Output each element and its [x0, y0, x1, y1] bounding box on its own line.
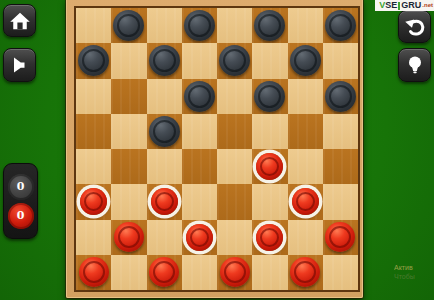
black-piece[interactable] — [290, 45, 321, 76]
square-c1[interactable] — [147, 255, 182, 290]
red-piece[interactable] — [220, 257, 250, 287]
square-f5 — [252, 114, 287, 149]
square-e1[interactable] — [217, 255, 252, 290]
square-b5 — [111, 114, 146, 149]
square-f8[interactable] — [252, 8, 287, 43]
square-f7 — [252, 43, 287, 78]
square-b7 — [111, 43, 146, 78]
square-g2 — [288, 220, 323, 255]
square-d2[interactable] — [182, 220, 217, 255]
red-piece[interactable] — [292, 188, 319, 215]
black-piece[interactable] — [149, 116, 180, 147]
undo-arrow-icon — [403, 15, 427, 39]
square-b2[interactable] — [111, 220, 146, 255]
square-e7[interactable] — [217, 43, 252, 78]
red-piece[interactable] — [256, 153, 283, 180]
square-h8[interactable] — [323, 8, 358, 43]
square-c2 — [147, 220, 182, 255]
square-g1[interactable] — [288, 255, 323, 290]
square-e2 — [217, 220, 252, 255]
square-b3 — [111, 184, 146, 219]
square-h6[interactable] — [323, 79, 358, 114]
home-icon — [8, 9, 32, 33]
square-a4 — [76, 149, 111, 184]
red-score-value: 0 — [17, 209, 25, 222]
square-b1 — [111, 255, 146, 290]
square-d1 — [182, 255, 217, 290]
square-g6 — [288, 79, 323, 114]
red-piece[interactable] — [79, 257, 109, 287]
square-f2[interactable] — [252, 220, 287, 255]
game-screen: 0 0 VSEGRU.net Актив Чтобы — [0, 0, 434, 300]
black-piece[interactable] — [219, 45, 250, 76]
red-piece[interactable] — [186, 224, 213, 251]
black-piece[interactable] — [113, 10, 144, 41]
square-f4[interactable] — [252, 149, 287, 184]
square-a6 — [76, 79, 111, 114]
square-h3 — [323, 184, 358, 219]
black-piece[interactable] — [254, 10, 285, 41]
square-f6[interactable] — [252, 79, 287, 114]
red-piece[interactable] — [149, 257, 179, 287]
square-a7[interactable] — [76, 43, 111, 78]
speaker-icon — [8, 53, 32, 77]
square-h7 — [323, 43, 358, 78]
red-piece[interactable] — [325, 222, 355, 252]
square-c4 — [147, 149, 182, 184]
logo-divider — [398, 2, 400, 10]
red-piece[interactable] — [114, 222, 144, 252]
logo-part-tld: .net — [422, 0, 433, 11]
square-d3 — [182, 184, 217, 219]
square-d5 — [182, 114, 217, 149]
black-score-counter: 0 — [8, 174, 34, 200]
black-piece[interactable] — [149, 45, 180, 76]
square-d7 — [182, 43, 217, 78]
checkers-board — [76, 8, 358, 290]
square-e4 — [217, 149, 252, 184]
red-score-counter: 0 — [8, 203, 34, 229]
vseigru-logo[interactable]: VSEGRU.net — [375, 0, 434, 11]
ad-text: Актив Чтобы — [394, 263, 434, 281]
square-a2 — [76, 220, 111, 255]
red-piece[interactable] — [290, 257, 320, 287]
square-c5[interactable] — [147, 114, 182, 149]
square-f1 — [252, 255, 287, 290]
square-g3[interactable] — [288, 184, 323, 219]
ad-text-line1: Актив — [394, 263, 434, 272]
lightbulb-icon — [403, 53, 427, 77]
square-c6 — [147, 79, 182, 114]
square-c7[interactable] — [147, 43, 182, 78]
red-piece[interactable] — [256, 224, 283, 251]
ad-text-line2: Чтобы — [394, 272, 434, 281]
square-e5[interactable] — [217, 114, 252, 149]
square-g4 — [288, 149, 323, 184]
square-b4[interactable] — [111, 149, 146, 184]
square-c3[interactable] — [147, 184, 182, 219]
square-h5 — [323, 114, 358, 149]
square-f3 — [252, 184, 287, 219]
undo-button[interactable] — [398, 10, 431, 43]
square-g5[interactable] — [288, 114, 323, 149]
square-e3[interactable] — [217, 184, 252, 219]
logo-part-gru: GRU — [401, 0, 421, 11]
square-c8 — [147, 8, 182, 43]
black-piece[interactable] — [184, 81, 215, 112]
square-d6[interactable] — [182, 79, 217, 114]
logo-part-se: SE — [385, 0, 397, 11]
square-e8 — [217, 8, 252, 43]
home-button[interactable] — [3, 4, 36, 37]
score-panel: 0 0 — [3, 163, 38, 239]
square-g8 — [288, 8, 323, 43]
red-piece[interactable] — [80, 188, 107, 215]
square-e6 — [217, 79, 252, 114]
square-a1[interactable] — [76, 255, 111, 290]
square-a8 — [76, 8, 111, 43]
hint-button[interactable] — [398, 48, 431, 82]
square-h2[interactable] — [323, 220, 358, 255]
square-d4[interactable] — [182, 149, 217, 184]
black-piece[interactable] — [78, 45, 109, 76]
square-b8[interactable] — [111, 8, 146, 43]
square-h4[interactable] — [323, 149, 358, 184]
square-a3[interactable] — [76, 184, 111, 219]
black-piece[interactable] — [325, 10, 356, 41]
square-g7[interactable] — [288, 43, 323, 78]
black-piece[interactable] — [184, 10, 215, 41]
black-piece[interactable] — [254, 81, 285, 112]
black-score-value: 0 — [17, 180, 25, 193]
black-piece[interactable] — [325, 81, 356, 112]
square-b6[interactable] — [111, 79, 146, 114]
square-h1 — [323, 255, 358, 290]
square-a5[interactable] — [76, 114, 111, 149]
square-d8[interactable] — [182, 8, 217, 43]
red-piece[interactable] — [151, 188, 178, 215]
sound-button[interactable] — [3, 48, 36, 82]
